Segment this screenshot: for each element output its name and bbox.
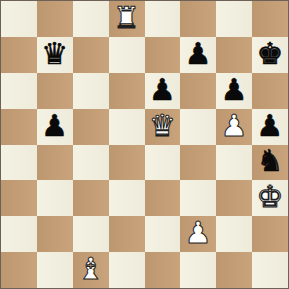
- square-d2[interactable]: [109, 216, 145, 252]
- piece-black-pawn[interactable]: ♟: [41, 111, 68, 141]
- square-c5[interactable]: [73, 109, 109, 145]
- square-c4[interactable]: [73, 145, 109, 181]
- square-f4[interactable]: [180, 145, 216, 181]
- square-b5[interactable]: ♟: [37, 109, 73, 145]
- square-f8[interactable]: [180, 1, 216, 37]
- square-g3[interactable]: [216, 180, 252, 216]
- square-h3[interactable]: ♚: [252, 180, 288, 216]
- square-c3[interactable]: [73, 180, 109, 216]
- square-h2[interactable]: [252, 216, 288, 252]
- square-c7[interactable]: [73, 37, 109, 73]
- square-d1[interactable]: [109, 252, 145, 288]
- square-f5[interactable]: [180, 109, 216, 145]
- square-a2[interactable]: [1, 216, 37, 252]
- square-c2[interactable]: [73, 216, 109, 252]
- square-h7[interactable]: ♚: [252, 37, 288, 73]
- square-e2[interactable]: [145, 216, 181, 252]
- square-h4[interactable]: ♞: [252, 145, 288, 181]
- chess-board: ♜♛♟♚♟♟♟♛♟♟♞♚♟♝: [0, 0, 289, 289]
- square-a4[interactable]: [1, 145, 37, 181]
- square-g7[interactable]: [216, 37, 252, 73]
- piece-black-king[interactable]: ♚: [257, 39, 284, 69]
- square-h1[interactable]: [252, 252, 288, 288]
- square-e5[interactable]: ♛: [145, 109, 181, 145]
- square-e7[interactable]: [145, 37, 181, 73]
- square-e3[interactable]: [145, 180, 181, 216]
- piece-black-pawn[interactable]: ♟: [149, 75, 176, 105]
- square-f7[interactable]: ♟: [180, 37, 216, 73]
- square-c1[interactable]: ♝: [73, 252, 109, 288]
- square-g4[interactable]: [216, 145, 252, 181]
- square-e6[interactable]: ♟: [145, 73, 181, 109]
- piece-white-bishop[interactable]: ♝: [77, 254, 104, 284]
- square-e4[interactable]: [145, 145, 181, 181]
- piece-white-pawn[interactable]: ♟: [185, 218, 212, 248]
- square-d4[interactable]: [109, 145, 145, 181]
- square-d7[interactable]: [109, 37, 145, 73]
- square-d3[interactable]: [109, 180, 145, 216]
- piece-black-pawn[interactable]: ♟: [185, 39, 212, 69]
- square-d8[interactable]: ♜: [109, 1, 145, 37]
- square-d5[interactable]: [109, 109, 145, 145]
- piece-white-rook[interactable]: ♜: [113, 3, 140, 33]
- square-g2[interactable]: [216, 216, 252, 252]
- square-g8[interactable]: [216, 1, 252, 37]
- piece-white-pawn[interactable]: ♟: [221, 111, 248, 141]
- square-f2[interactable]: ♟: [180, 216, 216, 252]
- square-b1[interactable]: [37, 252, 73, 288]
- square-a6[interactable]: [1, 73, 37, 109]
- square-f3[interactable]: [180, 180, 216, 216]
- square-d6[interactable]: [109, 73, 145, 109]
- piece-black-knight[interactable]: ♞: [257, 146, 284, 176]
- square-b7[interactable]: ♛: [37, 37, 73, 73]
- piece-black-pawn[interactable]: ♟: [221, 75, 248, 105]
- square-a7[interactable]: [1, 37, 37, 73]
- square-f1[interactable]: [180, 252, 216, 288]
- square-g5[interactable]: ♟: [216, 109, 252, 145]
- square-e8[interactable]: [145, 1, 181, 37]
- square-b8[interactable]: [37, 1, 73, 37]
- square-a1[interactable]: [1, 252, 37, 288]
- piece-black-queen[interactable]: ♛: [41, 39, 68, 69]
- square-c6[interactable]: [73, 73, 109, 109]
- square-a3[interactable]: [1, 180, 37, 216]
- square-c8[interactable]: [73, 1, 109, 37]
- square-e1[interactable]: [145, 252, 181, 288]
- square-h8[interactable]: [252, 1, 288, 37]
- square-h6[interactable]: [252, 73, 288, 109]
- square-h5[interactable]: ♟: [252, 109, 288, 145]
- piece-white-queen[interactable]: ♛: [149, 111, 176, 141]
- piece-black-pawn[interactable]: ♟: [257, 111, 284, 141]
- square-b4[interactable]: [37, 145, 73, 181]
- square-a5[interactable]: [1, 109, 37, 145]
- square-g6[interactable]: ♟: [216, 73, 252, 109]
- square-a8[interactable]: [1, 1, 37, 37]
- square-g1[interactable]: [216, 252, 252, 288]
- square-b2[interactable]: [37, 216, 73, 252]
- square-b6[interactable]: [37, 73, 73, 109]
- square-b3[interactable]: [37, 180, 73, 216]
- piece-white-king[interactable]: ♚: [257, 182, 284, 212]
- square-f6[interactable]: [180, 73, 216, 109]
